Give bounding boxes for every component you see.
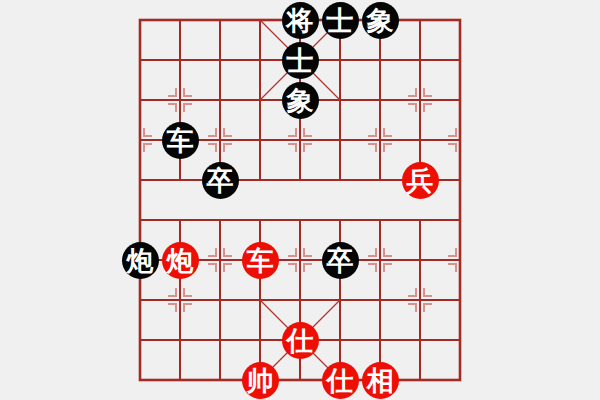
xiangqi-app-screen: 将士象士象车卒兵炮炮车卒仕帅仕相 xyxy=(0,0,600,400)
piece-black-advisor[interactable]: 士 xyxy=(282,42,319,79)
piece-red-advisor[interactable]: 仕 xyxy=(322,362,359,399)
pieces-layer: 将士象士象车卒兵炮炮车卒仕帅仕相 xyxy=(0,0,600,400)
piece-black-chariot[interactable]: 车 xyxy=(162,122,199,159)
piece-black-cannon[interactable]: 炮 xyxy=(122,242,159,279)
piece-red-elephant[interactable]: 相 xyxy=(362,362,399,399)
piece-red-pawn[interactable]: 兵 xyxy=(402,162,439,199)
piece-black-elephant[interactable]: 象 xyxy=(362,2,399,39)
piece-red-cannon[interactable]: 炮 xyxy=(162,242,199,279)
piece-red-chariot[interactable]: 车 xyxy=(242,242,279,279)
piece-black-general[interactable]: 将 xyxy=(282,2,319,39)
piece-black-pawn[interactable]: 卒 xyxy=(202,162,239,199)
piece-black-advisor[interactable]: 士 xyxy=(322,2,359,39)
piece-red-general[interactable]: 帅 xyxy=(242,362,279,399)
piece-black-elephant[interactable]: 象 xyxy=(282,82,319,119)
piece-black-pawn[interactable]: 卒 xyxy=(322,242,359,279)
piece-red-advisor[interactable]: 仕 xyxy=(282,322,319,359)
